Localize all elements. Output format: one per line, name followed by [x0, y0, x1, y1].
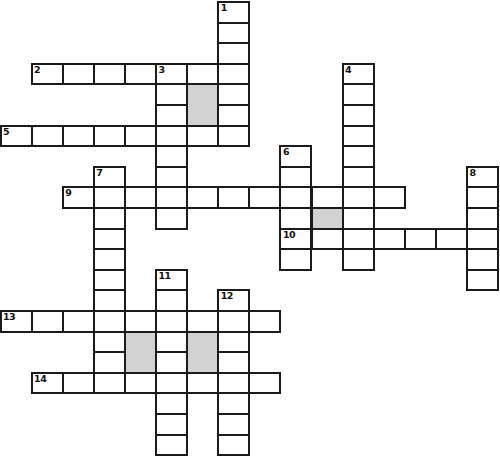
clue-number-2: 2	[34, 65, 40, 75]
clue-number-3: 3	[159, 65, 165, 75]
crossword-cell[interactable]	[373, 186, 406, 209]
crossword-cell[interactable]	[93, 351, 126, 374]
crossword-cell[interactable]	[217, 372, 250, 395]
crossword-cell[interactable]	[155, 331, 188, 354]
crossword-cell[interactable]	[62, 125, 95, 148]
clue-number-7: 7	[96, 168, 102, 178]
shaded-cell[interactable]	[124, 331, 157, 374]
crossword-cell[interactable]	[124, 372, 157, 395]
crossword-cell[interactable]	[466, 207, 499, 230]
crossword-cell[interactable]	[155, 310, 188, 333]
crossword-cell[interactable]	[93, 63, 126, 86]
crossword-cell[interactable]	[279, 186, 312, 209]
crossword-cell[interactable]	[342, 83, 375, 106]
crossword-cell[interactable]	[342, 166, 375, 189]
crossword-cell[interactable]	[466, 228, 499, 251]
crossword-cell[interactable]	[248, 186, 281, 209]
crossword-cell[interactable]	[62, 310, 95, 333]
page: 1234567891011121314	[0, 0, 500, 461]
clue-number-9: 9	[65, 188, 71, 198]
crossword-cell[interactable]	[62, 63, 95, 86]
clue-number-10: 10	[283, 230, 295, 240]
crossword-cell[interactable]	[217, 22, 250, 45]
crossword-cell[interactable]	[155, 434, 188, 457]
crossword-cell[interactable]	[31, 310, 64, 333]
crossword-cell[interactable]	[155, 83, 188, 106]
clue-number-12: 12	[221, 291, 233, 301]
crossword-cell[interactable]	[279, 166, 312, 189]
crossword-cell[interactable]	[404, 228, 437, 251]
crossword-cell[interactable]	[62, 372, 95, 395]
crossword-cell[interactable]	[248, 372, 281, 395]
clue-number-4: 4	[345, 65, 351, 75]
crossword-cell[interactable]	[155, 186, 188, 209]
shaded-cell[interactable]	[311, 207, 344, 230]
crossword-cell[interactable]	[93, 228, 126, 251]
crossword-cell[interactable]	[217, 310, 250, 333]
crossword-cell[interactable]	[186, 125, 219, 148]
crossword-cell[interactable]	[93, 207, 126, 230]
clue-number-6: 6	[283, 147, 289, 157]
crossword-cell[interactable]	[93, 310, 126, 333]
crossword-cell[interactable]	[311, 186, 344, 209]
crossword-cell[interactable]	[342, 125, 375, 148]
crossword-cell[interactable]	[466, 269, 499, 292]
shaded-cell[interactable]	[186, 83, 219, 126]
crossword-cell[interactable]	[279, 248, 312, 271]
crossword-cell[interactable]	[466, 186, 499, 209]
crossword-cell[interactable]	[435, 228, 468, 251]
crossword-cell[interactable]	[217, 63, 250, 86]
crossword-cell[interactable]	[155, 145, 188, 168]
crossword-cell[interactable]	[93, 125, 126, 148]
crossword-cell[interactable]	[217, 42, 250, 65]
crossword-cell[interactable]	[217, 186, 250, 209]
crossword-cell[interactable]	[217, 434, 250, 457]
crossword-cell[interactable]	[155, 104, 188, 127]
crossword-cell[interactable]	[124, 125, 157, 148]
clue-number-8: 8	[470, 168, 476, 178]
shaded-cell[interactable]	[186, 331, 219, 374]
crossword-cell[interactable]	[155, 351, 188, 374]
crossword-cell[interactable]	[279, 207, 312, 230]
crossword-cell[interactable]	[186, 310, 219, 333]
clue-number-14: 14	[34, 374, 46, 384]
crossword-cell[interactable]	[155, 125, 188, 148]
crossword-cell[interactable]	[93, 331, 126, 354]
crossword-cell[interactable]	[217, 392, 250, 415]
crossword-cell[interactable]	[155, 166, 188, 189]
crossword-cell[interactable]	[342, 145, 375, 168]
crossword-cell[interactable]	[186, 372, 219, 395]
crossword-cell[interactable]	[155, 289, 188, 312]
crossword-cell[interactable]	[186, 63, 219, 86]
crossword-cell[interactable]	[466, 248, 499, 271]
crossword-cell[interactable]	[124, 310, 157, 333]
crossword-cell[interactable]	[248, 310, 281, 333]
crossword-board: 1234567891011121314	[0, 0, 500, 461]
crossword-cell[interactable]	[342, 248, 375, 271]
crossword-cell[interactable]	[155, 372, 188, 395]
crossword-cell[interactable]	[342, 228, 375, 251]
crossword-cell[interactable]	[124, 186, 157, 209]
crossword-cell[interactable]	[31, 125, 64, 148]
crossword-cell[interactable]	[217, 413, 250, 436]
crossword-cell[interactable]	[342, 186, 375, 209]
crossword-cell[interactable]	[217, 104, 250, 127]
crossword-cell[interactable]	[373, 228, 406, 251]
crossword-cell[interactable]	[155, 207, 188, 230]
crossword-cell[interactable]	[217, 125, 250, 148]
crossword-cell[interactable]	[93, 269, 126, 292]
crossword-cell[interactable]	[342, 104, 375, 127]
clue-number-13: 13	[3, 312, 15, 322]
crossword-cell[interactable]	[155, 413, 188, 436]
crossword-cell[interactable]	[93, 289, 126, 312]
crossword-cell[interactable]	[217, 331, 250, 354]
crossword-cell[interactable]	[186, 186, 219, 209]
crossword-cell[interactable]	[217, 351, 250, 374]
crossword-cell[interactable]	[311, 228, 344, 251]
crossword-cell[interactable]	[217, 83, 250, 106]
crossword-cell[interactable]	[93, 186, 126, 209]
clue-number-1: 1	[221, 3, 227, 13]
crossword-cell[interactable]	[124, 63, 157, 86]
clue-number-5: 5	[3, 127, 9, 137]
crossword-cell[interactable]	[342, 207, 375, 230]
crossword-cell[interactable]	[93, 248, 126, 271]
clue-number-11: 11	[159, 271, 171, 281]
crossword-cell[interactable]	[155, 392, 188, 415]
crossword-cell[interactable]	[93, 372, 126, 395]
